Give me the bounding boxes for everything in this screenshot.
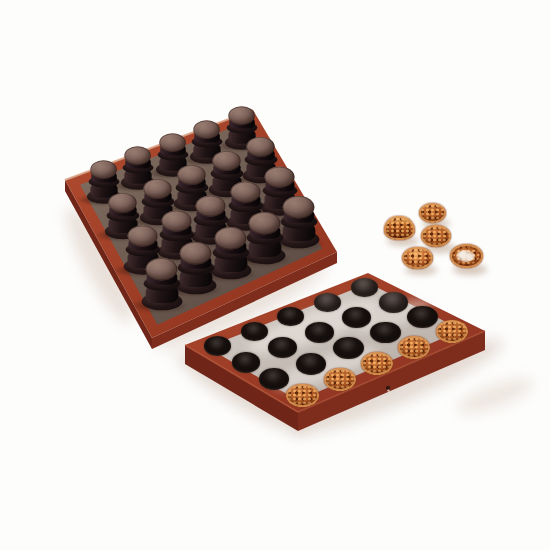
loose-cup-1[interactable]: [384, 216, 415, 241]
scene-photo: [0, 0, 550, 550]
loose-cup-5[interactable]: [450, 244, 483, 268]
loose-cup-4[interactable]: [402, 247, 433, 270]
loose-cup-2[interactable]: [419, 203, 446, 223]
loose-cups-layer: [0, 0, 550, 550]
loose-cup-3[interactable]: [421, 225, 451, 247]
